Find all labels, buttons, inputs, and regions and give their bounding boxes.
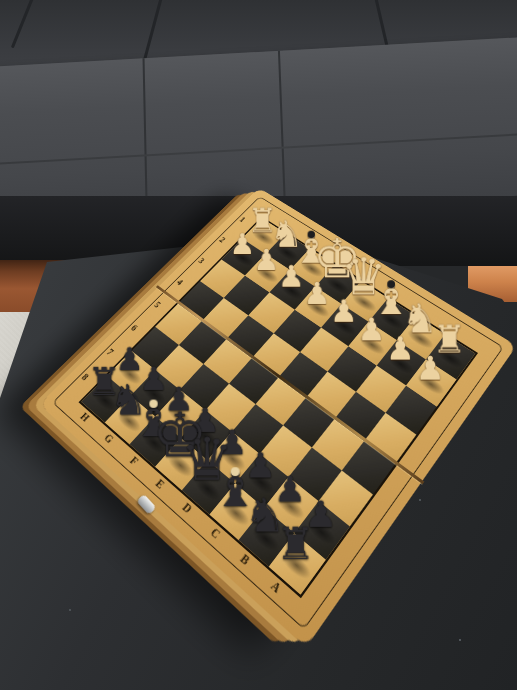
- piece-white-pawn-e2[interactable]: ♟: [303, 278, 330, 308]
- piece-white-pawn-h2[interactable]: ♟: [229, 230, 255, 259]
- piece-black-rook-a8[interactable]: ♜: [276, 522, 316, 566]
- file-label-G: G: [100, 431, 117, 448]
- piece-white-pawn-g2[interactable]: ♟: [253, 245, 279, 274]
- square-b3[interactable]: [356, 366, 406, 413]
- file-label-H: H: [76, 410, 93, 426]
- piece-white-pawn-f2[interactable]: ♟: [277, 262, 304, 292]
- chessboard: ♜♞♝♚♛♝♞♜♟♟♟♟♟♟♟♟♟♟♟♟♟♟♟♟♜♞♝♚♛♝♞♜ 1234567…: [39, 188, 516, 648]
- rank-label-3: 3: [194, 255, 209, 267]
- piece-white-pawn-a2[interactable]: ♟: [415, 352, 444, 385]
- piece-white-pawn-b2[interactable]: ♟: [385, 332, 414, 364]
- metal-latch-icon: [136, 494, 156, 515]
- piece-white-pawn-c2[interactable]: ♟: [357, 314, 385, 346]
- chessboard-grid: ♜♞♝♚♛♝♞♜♟♟♟♟♟♟♟♟♟♟♟♟♟♟♟♟♜♞♝♚♛♝♞♜: [79, 216, 479, 598]
- rank-label-5: 5: [149, 298, 165, 311]
- rank-label-6: 6: [126, 321, 142, 335]
- rank-label-2: 2: [215, 234, 230, 246]
- piece-white-pawn-d2[interactable]: ♟: [329, 296, 357, 327]
- bishop-finial-ball-icon: [230, 467, 239, 476]
- rank-label-4: 4: [172, 276, 187, 289]
- board-scene: ♜♞♝♚♛♝♞♜♟♟♟♟♟♟♟♟♟♟♟♟♟♟♟♟♜♞♝♚♛♝♞♜ 1234567…: [0, 0, 517, 690]
- square-e5[interactable]: [229, 358, 278, 404]
- bishop-finial-ball-icon: [387, 280, 395, 288]
